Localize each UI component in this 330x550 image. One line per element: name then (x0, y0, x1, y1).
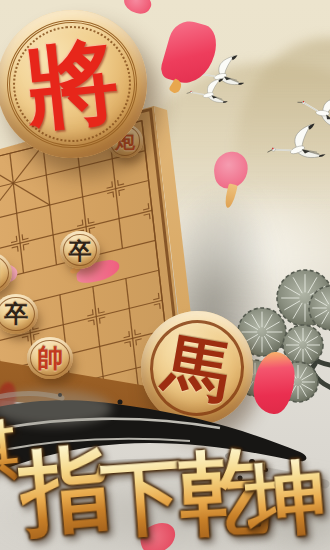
piece-horse-large-char: 馬 (159, 330, 235, 406)
piece-general-red: 帥 (27, 337, 73, 379)
piece-soldier: 卒 (60, 231, 100, 269)
piece-general-red-char: 帥 (37, 345, 63, 371)
piece-soldier-char: 卒 (4, 302, 28, 326)
piece-soldier-char: 卒 (69, 239, 92, 262)
petal-icon (121, 0, 154, 18)
xiangqi-splash-screen[interactable]: 炮 卒 相 卒 帥 將 馬 (0, 0, 330, 550)
piece-minister-char: 相 (0, 260, 2, 286)
slogan-character-2: 下 (99, 453, 187, 541)
ink-wash (0, 390, 112, 426)
piece-general-large-char: 將 (21, 33, 122, 134)
slogan-character-4: 坤 (243, 455, 330, 542)
